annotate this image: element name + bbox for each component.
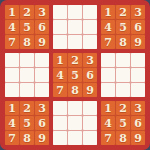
sudoku-box	[53, 5, 97, 49]
sudoku-board: 1234567891234567891234567891234567891234…	[0, 0, 150, 150]
sudoku-cell[interactable]: 4	[5, 20, 19, 34]
sudoku-cell[interactable]: 8	[20, 35, 34, 49]
sudoku-box: 123456789	[53, 53, 97, 97]
sudoku-cell[interactable]	[131, 53, 145, 67]
sudoku-cell[interactable]	[83, 101, 97, 115]
sudoku-cell[interactable]: 9	[131, 35, 145, 49]
sudoku-cell[interactable]	[116, 53, 130, 67]
sudoku-cell[interactable]: 6	[131, 20, 145, 34]
sudoku-cell[interactable]: 5	[116, 20, 130, 34]
sudoku-cell[interactable]: 4	[5, 116, 19, 130]
sudoku-cell[interactable]: 6	[131, 116, 145, 130]
sudoku-cell[interactable]	[83, 116, 97, 130]
sudoku-cell[interactable]	[101, 53, 115, 67]
sudoku-cell[interactable]: 8	[68, 83, 82, 97]
sudoku-cell[interactable]: 3	[35, 101, 49, 115]
sudoku-cell[interactable]	[53, 116, 67, 130]
sudoku-cell[interactable]	[101, 83, 115, 97]
sudoku-cell[interactable]: 3	[83, 53, 97, 67]
sudoku-cell[interactable]	[83, 5, 97, 19]
sudoku-cell[interactable]: 1	[5, 5, 19, 19]
sudoku-cell[interactable]	[101, 68, 115, 82]
sudoku-cell[interactable]: 8	[116, 131, 130, 145]
sudoku-cell[interactable]: 5	[20, 116, 34, 130]
sudoku-cell[interactable]	[68, 35, 82, 49]
sudoku-cell[interactable]	[68, 5, 82, 19]
sudoku-cell[interactable]: 7	[5, 35, 19, 49]
sudoku-cell[interactable]: 7	[101, 35, 115, 49]
sudoku-cell[interactable]	[68, 101, 82, 115]
sudoku-cell[interactable]	[68, 116, 82, 130]
sudoku-cell[interactable]	[83, 20, 97, 34]
sudoku-cell[interactable]	[68, 20, 82, 34]
sudoku-cell[interactable]: 9	[131, 131, 145, 145]
sudoku-cell[interactable]	[20, 83, 34, 97]
sudoku-cell[interactable]	[35, 83, 49, 97]
sudoku-cell[interactable]: 5	[20, 20, 34, 34]
sudoku-cell[interactable]: 6	[35, 116, 49, 130]
sudoku-cell[interactable]: 3	[35, 5, 49, 19]
sudoku-cell[interactable]: 2	[116, 101, 130, 115]
sudoku-cell[interactable]	[20, 68, 34, 82]
sudoku-cell[interactable]: 2	[20, 101, 34, 115]
page-background: 1234567891234567891234567891234567891234…	[0, 0, 150, 150]
sudoku-cell[interactable]: 7	[5, 131, 19, 145]
sudoku-cell[interactable]	[5, 83, 19, 97]
sudoku-cell[interactable]: 9	[83, 83, 97, 97]
sudoku-cell[interactable]	[131, 68, 145, 82]
sudoku-cell[interactable]: 1	[101, 5, 115, 19]
sudoku-cell[interactable]: 1	[5, 101, 19, 115]
sudoku-cell[interactable]: 6	[35, 20, 49, 34]
sudoku-cell[interactable]: 4	[101, 116, 115, 130]
sudoku-cell[interactable]	[53, 35, 67, 49]
sudoku-cell[interactable]	[53, 5, 67, 19]
sudoku-cell[interactable]: 2	[116, 5, 130, 19]
sudoku-cell[interactable]: 5	[68, 68, 82, 82]
sudoku-box	[101, 53, 145, 97]
sudoku-box: 123456789	[101, 5, 145, 49]
sudoku-cell[interactable]: 2	[68, 53, 82, 67]
sudoku-cell[interactable]: 6	[83, 68, 97, 82]
sudoku-cell[interactable]	[83, 35, 97, 49]
sudoku-cell[interactable]	[53, 131, 67, 145]
sudoku-cell[interactable]	[116, 83, 130, 97]
sudoku-box: 123456789	[5, 101, 49, 145]
sudoku-cell[interactable]: 9	[35, 35, 49, 49]
sudoku-cell[interactable]	[131, 83, 145, 97]
sudoku-cell[interactable]: 2	[20, 5, 34, 19]
sudoku-cell[interactable]: 7	[101, 131, 115, 145]
sudoku-cell[interactable]: 3	[131, 101, 145, 115]
sudoku-cell[interactable]	[35, 68, 49, 82]
sudoku-cell[interactable]: 8	[20, 131, 34, 145]
sudoku-cell[interactable]: 5	[116, 116, 130, 130]
sudoku-cell[interactable]	[83, 131, 97, 145]
sudoku-box: 123456789	[5, 5, 49, 49]
sudoku-cell[interactable]: 8	[116, 35, 130, 49]
sudoku-box: 123456789	[101, 101, 145, 145]
sudoku-cell[interactable]: 4	[53, 68, 67, 82]
sudoku-cell[interactable]	[53, 20, 67, 34]
sudoku-cell[interactable]: 3	[131, 5, 145, 19]
sudoku-cell[interactable]: 7	[53, 83, 67, 97]
sudoku-cell[interactable]	[5, 68, 19, 82]
sudoku-box	[5, 53, 49, 97]
sudoku-cell[interactable]	[35, 53, 49, 67]
sudoku-cell[interactable]: 1	[53, 53, 67, 67]
sudoku-cell[interactable]: 9	[35, 131, 49, 145]
sudoku-cell[interactable]	[116, 68, 130, 82]
sudoku-cell[interactable]	[53, 101, 67, 115]
sudoku-box	[53, 101, 97, 145]
sudoku-cell[interactable]	[5, 53, 19, 67]
sudoku-cell[interactable]	[68, 131, 82, 145]
sudoku-cell[interactable]: 1	[101, 101, 115, 115]
sudoku-cell[interactable]	[20, 53, 34, 67]
sudoku-cell[interactable]: 4	[101, 20, 115, 34]
